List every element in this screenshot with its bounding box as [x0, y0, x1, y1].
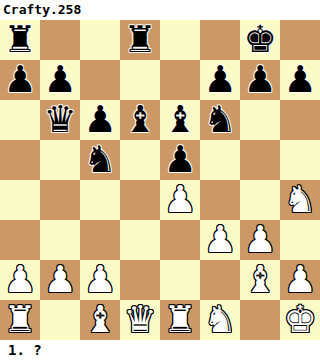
- piece-white-bishop[interactable]: ♝: [243, 260, 276, 300]
- square-d1[interactable]: ♛: [120, 300, 160, 340]
- piece-black-pawn[interactable]: ♟: [163, 140, 196, 180]
- square-f7[interactable]: ♟: [200, 60, 240, 100]
- square-g2[interactable]: ♝: [240, 260, 280, 300]
- piece-black-rook[interactable]: ♜: [123, 20, 156, 60]
- square-b7[interactable]: ♟: [40, 60, 80, 100]
- square-f5[interactable]: [200, 140, 240, 180]
- piece-black-rook[interactable]: ♜: [3, 20, 36, 60]
- piece-white-pawn[interactable]: ♟: [43, 260, 76, 300]
- square-c4[interactable]: [80, 180, 120, 220]
- square-a3[interactable]: [0, 220, 40, 260]
- piece-white-knight[interactable]: ♞: [203, 300, 236, 340]
- piece-black-pawn[interactable]: ♟: [203, 60, 236, 100]
- square-a2[interactable]: ♟: [0, 260, 40, 300]
- square-a6[interactable]: [0, 100, 40, 140]
- piece-white-king[interactable]: ♚: [283, 300, 316, 340]
- piece-black-bishop[interactable]: ♝: [163, 100, 196, 140]
- square-a8[interactable]: ♜: [0, 20, 40, 60]
- piece-white-pawn[interactable]: ♟: [3, 260, 36, 300]
- piece-black-pawn[interactable]: ♟: [3, 60, 36, 100]
- square-b6[interactable]: ♛: [40, 100, 80, 140]
- square-b2[interactable]: ♟: [40, 260, 80, 300]
- piece-black-king[interactable]: ♚: [243, 20, 276, 60]
- piece-black-knight[interactable]: ♞: [203, 100, 236, 140]
- square-a5[interactable]: [0, 140, 40, 180]
- piece-white-queen[interactable]: ♛: [123, 300, 156, 340]
- square-g1[interactable]: [240, 300, 280, 340]
- piece-white-pawn[interactable]: ♟: [163, 180, 196, 220]
- square-d8[interactable]: ♜: [120, 20, 160, 60]
- square-e6[interactable]: ♝: [160, 100, 200, 140]
- piece-black-pawn[interactable]: ♟: [283, 60, 316, 100]
- square-d3[interactable]: [120, 220, 160, 260]
- square-a7[interactable]: ♟: [0, 60, 40, 100]
- square-b5[interactable]: [40, 140, 80, 180]
- square-b1[interactable]: [40, 300, 80, 340]
- square-e4[interactable]: ♟: [160, 180, 200, 220]
- piece-white-rook[interactable]: ♜: [3, 300, 36, 340]
- square-f4[interactable]: [200, 180, 240, 220]
- square-f1[interactable]: ♞: [200, 300, 240, 340]
- square-f2[interactable]: [200, 260, 240, 300]
- move-prompt: 1. ?: [0, 340, 42, 360]
- square-d2[interactable]: [120, 260, 160, 300]
- piece-white-knight[interactable]: ♞: [283, 180, 316, 220]
- square-g6[interactable]: [240, 100, 280, 140]
- square-e3[interactable]: [160, 220, 200, 260]
- square-e2[interactable]: [160, 260, 200, 300]
- square-h5[interactable]: [280, 140, 320, 180]
- square-c3[interactable]: [80, 220, 120, 260]
- square-h4[interactable]: ♞: [280, 180, 320, 220]
- square-d6[interactable]: ♝: [120, 100, 160, 140]
- piece-black-pawn[interactable]: ♟: [43, 60, 76, 100]
- square-h8[interactable]: [280, 20, 320, 60]
- square-e1[interactable]: ♜: [160, 300, 200, 340]
- square-d7[interactable]: [120, 60, 160, 100]
- piece-black-pawn[interactable]: ♟: [243, 60, 276, 100]
- square-c2[interactable]: ♟: [80, 260, 120, 300]
- square-a4[interactable]: [0, 180, 40, 220]
- square-f6[interactable]: ♞: [200, 100, 240, 140]
- piece-black-pawn[interactable]: ♟: [83, 100, 116, 140]
- square-g4[interactable]: [240, 180, 280, 220]
- square-d4[interactable]: [120, 180, 160, 220]
- square-d5[interactable]: [120, 140, 160, 180]
- square-c7[interactable]: [80, 60, 120, 100]
- square-h6[interactable]: [280, 100, 320, 140]
- square-h7[interactable]: ♟: [280, 60, 320, 100]
- square-g3[interactable]: ♟: [240, 220, 280, 260]
- square-a1[interactable]: ♜: [0, 300, 40, 340]
- piece-white-rook[interactable]: ♜: [163, 300, 196, 340]
- piece-white-bishop[interactable]: ♝: [83, 300, 116, 340]
- square-h2[interactable]: ♟: [280, 260, 320, 300]
- piece-white-pawn[interactable]: ♟: [203, 220, 236, 260]
- piece-black-bishop[interactable]: ♝: [123, 100, 156, 140]
- piece-black-queen[interactable]: ♛: [43, 100, 76, 140]
- square-c6[interactable]: ♟: [80, 100, 120, 140]
- window-titlebar: Crafty.258: [0, 0, 320, 20]
- square-g8[interactable]: ♚: [240, 20, 280, 60]
- square-f3[interactable]: ♟: [200, 220, 240, 260]
- square-h1[interactable]: ♚: [280, 300, 320, 340]
- window-title: Crafty.258: [0, 0, 81, 20]
- square-b3[interactable]: [40, 220, 80, 260]
- square-c1[interactable]: ♝: [80, 300, 120, 340]
- square-f8[interactable]: [200, 20, 240, 60]
- square-g7[interactable]: ♟: [240, 60, 280, 100]
- square-b4[interactable]: [40, 180, 80, 220]
- chess-board: ♜♜♚♟♟♟♟♟♛♟♝♝♞♞♟♟♞♟♟♟♟♟♝♟♜♝♛♜♞♚: [0, 20, 320, 340]
- square-c5[interactable]: ♞: [80, 140, 120, 180]
- status-bar: 1. ?: [0, 340, 320, 360]
- piece-white-pawn[interactable]: ♟: [243, 220, 276, 260]
- square-c8[interactable]: [80, 20, 120, 60]
- piece-white-pawn[interactable]: ♟: [283, 260, 316, 300]
- piece-black-knight[interactable]: ♞: [83, 140, 116, 180]
- square-e7[interactable]: [160, 60, 200, 100]
- square-e5[interactable]: ♟: [160, 140, 200, 180]
- piece-white-pawn[interactable]: ♟: [83, 260, 116, 300]
- square-h3[interactable]: [280, 220, 320, 260]
- square-g5[interactable]: [240, 140, 280, 180]
- square-b8[interactable]: [40, 20, 80, 60]
- square-e8[interactable]: [160, 20, 200, 60]
